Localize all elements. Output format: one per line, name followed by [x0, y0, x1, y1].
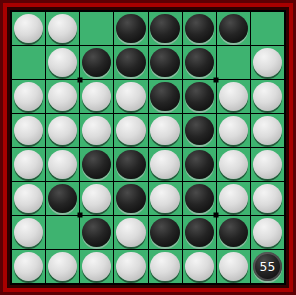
white-disc — [253, 48, 282, 77]
star-point — [214, 77, 219, 82]
board-cell[interactable] — [114, 148, 147, 181]
white-disc — [116, 82, 145, 111]
star-point — [78, 77, 83, 82]
white-disc — [82, 252, 111, 281]
board-cell[interactable] — [12, 80, 45, 113]
board-cell[interactable] — [183, 114, 216, 147]
board-cell[interactable] — [80, 12, 113, 45]
white-disc — [48, 116, 77, 145]
black-disc — [185, 184, 214, 213]
board-cell[interactable] — [46, 182, 79, 215]
board-cell[interactable] — [149, 80, 182, 113]
board-cell[interactable] — [217, 216, 250, 249]
black-disc — [82, 218, 111, 247]
board-cell[interactable] — [183, 216, 216, 249]
board-cell[interactable] — [114, 46, 147, 79]
board-cell[interactable] — [12, 182, 45, 215]
black-disc — [219, 218, 248, 247]
white-disc — [253, 116, 282, 145]
black-disc: 55 — [253, 252, 282, 281]
board-cell[interactable] — [114, 216, 147, 249]
board-cell[interactable] — [251, 80, 284, 113]
board-cell[interactable] — [217, 250, 250, 283]
white-disc — [48, 150, 77, 179]
board-cell[interactable] — [12, 114, 45, 147]
board-cell[interactable] — [149, 148, 182, 181]
black-disc — [82, 150, 111, 179]
board-cell[interactable] — [251, 182, 284, 215]
othello-board: 55 — [10, 10, 286, 285]
board-cell[interactable] — [217, 12, 250, 45]
board-cell[interactable] — [183, 12, 216, 45]
black-disc — [185, 218, 214, 247]
board-cell[interactable] — [217, 80, 250, 113]
board-cell[interactable] — [149, 114, 182, 147]
black-disc — [185, 150, 214, 179]
black-disc — [150, 48, 179, 77]
white-disc — [116, 218, 145, 247]
board-cell[interactable] — [251, 46, 284, 79]
white-disc — [14, 218, 43, 247]
black-disc — [116, 184, 145, 213]
white-disc — [14, 82, 43, 111]
board-cell[interactable] — [217, 46, 250, 79]
white-disc — [48, 48, 77, 77]
board-cell[interactable] — [251, 216, 284, 249]
white-disc — [82, 82, 111, 111]
black-disc — [48, 184, 77, 213]
white-disc — [14, 150, 43, 179]
black-disc — [150, 218, 179, 247]
white-disc — [48, 82, 77, 111]
board-cell[interactable] — [80, 114, 113, 147]
white-disc — [14, 184, 43, 213]
board-cell[interactable] — [251, 114, 284, 147]
white-disc — [150, 184, 179, 213]
white-disc — [253, 150, 282, 179]
white-disc — [150, 252, 179, 281]
board-cell[interactable] — [183, 148, 216, 181]
board-cell[interactable] — [217, 114, 250, 147]
board-cell[interactable]: 55 — [251, 250, 284, 283]
black-disc — [116, 14, 145, 43]
white-disc — [150, 116, 179, 145]
white-disc — [14, 14, 43, 43]
board-cell[interactable] — [149, 12, 182, 45]
board-cell[interactable] — [12, 46, 45, 79]
white-disc — [14, 252, 43, 281]
board-cell[interactable] — [149, 250, 182, 283]
board-cell[interactable] — [251, 148, 284, 181]
board-frame-bevel: 55 — [3, 3, 293, 292]
board-cell[interactable] — [149, 46, 182, 79]
board-cell[interactable] — [80, 148, 113, 181]
board-cell[interactable] — [12, 216, 45, 249]
board-cell[interactable] — [114, 182, 147, 215]
board-cell[interactable] — [80, 80, 113, 113]
board-frame: 55 — [0, 0, 296, 295]
white-disc — [219, 116, 248, 145]
board-cell[interactable] — [46, 114, 79, 147]
board-cell[interactable] — [12, 250, 45, 283]
board-cell[interactable] — [80, 46, 113, 79]
white-disc — [82, 184, 111, 213]
black-disc — [82, 48, 111, 77]
board-cell[interactable] — [183, 250, 216, 283]
white-disc — [253, 82, 282, 111]
board-cell[interactable] — [217, 148, 250, 181]
black-disc — [185, 82, 214, 111]
star-point — [214, 213, 219, 218]
board-cell[interactable] — [12, 12, 45, 45]
board-cell[interactable] — [46, 12, 79, 45]
board-cell[interactable] — [114, 250, 147, 283]
board-cell[interactable] — [46, 216, 79, 249]
board-cell[interactable] — [114, 12, 147, 45]
board-cell[interactable] — [114, 80, 147, 113]
board-cell[interactable] — [80, 182, 113, 215]
white-disc — [82, 116, 111, 145]
board-cell[interactable] — [46, 46, 79, 79]
board-cell[interactable] — [149, 182, 182, 215]
white-disc — [116, 116, 145, 145]
black-disc — [185, 14, 214, 43]
white-disc — [253, 184, 282, 213]
black-disc — [116, 150, 145, 179]
white-disc — [219, 252, 248, 281]
board-cell[interactable] — [46, 250, 79, 283]
black-disc — [219, 14, 248, 43]
board-cell[interactable] — [183, 182, 216, 215]
board-cell[interactable] — [46, 148, 79, 181]
white-disc — [48, 252, 77, 281]
black-disc — [185, 116, 214, 145]
move-number-label: 55 — [260, 260, 276, 273]
white-disc — [253, 218, 282, 247]
board-cell[interactable] — [46, 80, 79, 113]
board-cell[interactable] — [217, 182, 250, 215]
board-cell[interactable] — [114, 114, 147, 147]
board-cell[interactable] — [183, 80, 216, 113]
white-disc — [14, 116, 43, 145]
board-cell[interactable] — [12, 148, 45, 181]
white-disc — [219, 150, 248, 179]
board-cell[interactable] — [149, 216, 182, 249]
black-disc — [150, 82, 179, 111]
black-disc — [116, 48, 145, 77]
white-disc — [48, 14, 77, 43]
white-disc — [116, 252, 145, 281]
white-disc — [185, 252, 214, 281]
white-disc — [219, 184, 248, 213]
white-disc — [219, 82, 248, 111]
board-cell[interactable] — [80, 250, 113, 283]
black-disc — [150, 14, 179, 43]
star-point — [78, 213, 83, 218]
board-cell[interactable] — [251, 12, 284, 45]
board-cell[interactable] — [183, 46, 216, 79]
white-disc — [150, 150, 179, 179]
board-cell[interactable] — [80, 216, 113, 249]
board-frame-inner: 55 — [7, 7, 289, 288]
black-disc — [185, 48, 214, 77]
